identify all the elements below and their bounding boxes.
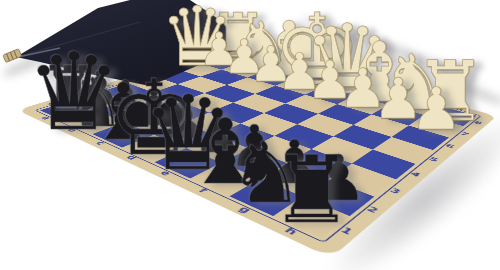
piece-cast-shadow xyxy=(399,48,479,85)
coordinate-label-3: 3 xyxy=(380,184,410,198)
coordinate-label-7: 7 xyxy=(452,129,477,139)
coordinate-label-5: 5 xyxy=(420,154,448,166)
chess-bag xyxy=(0,0,300,100)
bag-zipper-pull xyxy=(3,49,22,63)
coordinate-label-4: 4 xyxy=(401,168,430,181)
coordinate-label-6: 6 xyxy=(437,141,463,151)
bag-body xyxy=(16,0,250,86)
coordinate-label-1: 1 xyxy=(329,222,363,240)
coordinate-label-8: 8 xyxy=(466,119,490,128)
coordinate-label-2: 2 xyxy=(356,202,388,218)
product-photo-stage: aabbccddeeffgghh1122334455667788 ♜♞♝♚♛♝♞… xyxy=(0,0,500,270)
